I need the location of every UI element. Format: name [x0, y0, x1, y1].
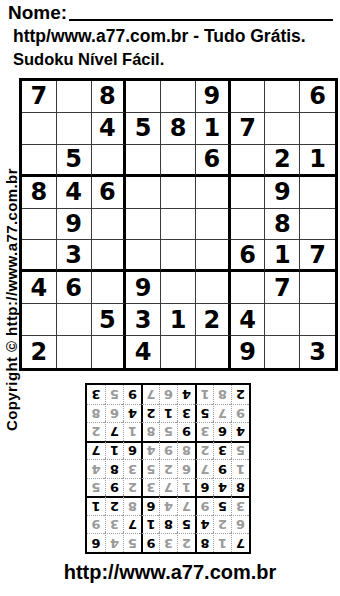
- puzzle-cell-r6c8: 1: [265, 240, 300, 272]
- solution-cell-r5c2: 9: [213, 459, 231, 478]
- puzzle-cell-r9c5: [161, 336, 196, 368]
- puzzle-cell-r7c8: 7: [265, 272, 300, 304]
- puzzle-cell-r4c5: [161, 177, 196, 209]
- puzzle-cell-r2c7: 7: [231, 113, 266, 145]
- puzzle-cell-r1c7: [231, 81, 266, 113]
- puzzle-cell-r3c5: [161, 145, 196, 177]
- puzzle-cell-r9c6: [196, 336, 231, 368]
- solution-cell-r9c7: 9: [123, 385, 141, 404]
- puzzle-cell-r5c7: [231, 209, 266, 241]
- puzzle-cell-r1c2: [57, 81, 92, 113]
- puzzle-cell-r2c5: 8: [161, 113, 196, 145]
- solution-cell-r9c1: 2: [231, 385, 249, 404]
- solution-cell-r6c3: 2: [195, 441, 213, 460]
- solution-cell-r7c3: 3: [195, 422, 213, 441]
- solution-cell-r2c4: 5: [177, 515, 195, 534]
- solution-cell-r5c7: 3: [123, 459, 141, 478]
- copyright-vertical-text: Copyright © http://www.a77.com.br: [3, 85, 20, 431]
- puzzle-cell-r1c8: [265, 81, 300, 113]
- solution-cell-r5c4: 6: [177, 459, 195, 478]
- solution-cell-r6c5: 9: [159, 441, 177, 460]
- solution-cell-r5c9: 4: [87, 459, 105, 478]
- puzzle-cell-r5c4: [126, 209, 161, 241]
- puzzle-cell-r3c8: 2: [265, 145, 300, 177]
- solution-cell-r3c7: 8: [123, 496, 141, 515]
- solution-cell-r1c1: 7: [231, 533, 249, 552]
- sudoku-puzzle-grid: 789645817562184699836174697531242493: [19, 78, 338, 371]
- solution-cell-r1c7: 5: [123, 533, 141, 552]
- puzzle-cell-r4c3: 6: [92, 177, 127, 209]
- puzzle-cell-r7c7: [231, 272, 266, 304]
- solution-cell-r8c9: 8: [87, 404, 105, 423]
- solution-cell-r6c4: 8: [177, 441, 195, 460]
- solution-cell-r2c9: 9: [87, 515, 105, 534]
- puzzle-cell-r7c6: [196, 272, 231, 304]
- solution-cell-r4c9: 5: [87, 478, 105, 497]
- solution-cell-r4c3: 6: [195, 478, 213, 497]
- solution-cell-r9c9: 3: [87, 385, 105, 404]
- puzzle-cell-r1c6: 9: [196, 81, 231, 113]
- puzzle-cell-r8c3: 5: [92, 304, 127, 336]
- difficulty-title: Sudoku Nível Fácil.: [13, 50, 164, 69]
- puzzle-cell-r3c2: 5: [57, 145, 92, 177]
- puzzle-cell-r6c2: 3: [57, 240, 92, 272]
- solution-cell-r2c1: 6: [231, 515, 249, 534]
- solution-cell-r1c3: 8: [195, 533, 213, 552]
- solution-cell-r3c5: 4: [159, 496, 177, 515]
- puzzle-cell-r2c1: [22, 113, 57, 145]
- solution-cell-r7c6: 8: [141, 422, 159, 441]
- puzzle-cell-r2c9: [300, 113, 335, 145]
- puzzle-cell-r8c1: [22, 304, 57, 336]
- puzzle-cell-r6c1: [22, 240, 57, 272]
- puzzle-cell-r7c1: 4: [22, 272, 57, 304]
- puzzle-cell-r6c7: 6: [231, 240, 266, 272]
- solution-cell-r7c7: 1: [123, 422, 141, 441]
- puzzle-cell-r9c3: [92, 336, 127, 368]
- solution-cell-r5c1: 1: [231, 459, 249, 478]
- puzzle-cell-r4c8: 9: [265, 177, 300, 209]
- solution-cell-r7c5: 5: [159, 422, 177, 441]
- puzzle-cell-r8c6: 2: [196, 304, 231, 336]
- solution-cell-r7c1: 4: [231, 422, 249, 441]
- puzzle-cell-r9c4: 4: [126, 336, 161, 368]
- puzzle-cell-r1c9: 6: [300, 81, 335, 113]
- puzzle-cell-r7c3: [92, 272, 127, 304]
- puzzle-cell-r7c5: [161, 272, 196, 304]
- solution-cell-r9c4: 4: [177, 385, 195, 404]
- puzzle-cell-r3c1: [22, 145, 57, 177]
- puzzle-cell-r8c9: [300, 304, 335, 336]
- puzzle-cell-r8c7: 4: [231, 304, 266, 336]
- solution-cell-r6c7: 6: [123, 441, 141, 460]
- solution-cell-r4c1: 8: [231, 478, 249, 497]
- solution-cell-r9c8: 5: [105, 385, 123, 404]
- puzzle-cell-r3c7: [231, 145, 266, 177]
- puzzle-cell-r1c1: 7: [22, 81, 57, 113]
- puzzle-cell-r7c2: 6: [57, 272, 92, 304]
- solution-cell-r2c3: 4: [195, 515, 213, 534]
- solution-cell-r9c3: 1: [195, 385, 213, 404]
- solution-cell-r4c4: 1: [177, 478, 195, 497]
- solution-cell-r8c3: 5: [195, 404, 213, 423]
- solution-cell-r2c8: 3: [105, 515, 123, 534]
- solution-cell-r1c4: 2: [177, 533, 195, 552]
- solution-cell-r8c6: 2: [141, 404, 159, 423]
- solution-cell-r6c8: 1: [105, 441, 123, 460]
- solution-cell-r9c5: 6: [159, 385, 177, 404]
- puzzle-cell-r5c6: [196, 209, 231, 241]
- solution-cell-r1c2: 1: [213, 533, 231, 552]
- puzzle-cell-r9c8: [265, 336, 300, 368]
- puzzle-cell-r2c4: 5: [126, 113, 161, 145]
- puzzle-cell-r3c3: [92, 145, 127, 177]
- solution-cell-r9c6: 7: [141, 385, 159, 404]
- puzzle-cell-r6c9: 7: [300, 240, 335, 272]
- puzzle-cell-r4c1: 8: [22, 177, 57, 209]
- solution-cell-r3c2: 5: [213, 496, 231, 515]
- puzzle-cell-r9c1: 2: [22, 336, 57, 368]
- solution-cell-r5c6: 5: [141, 459, 159, 478]
- solution-cell-r1c9: 6: [87, 533, 105, 552]
- puzzle-cell-r6c4: [126, 240, 161, 272]
- solution-cell-r7c4: 9: [177, 422, 195, 441]
- puzzle-cell-r8c8: [265, 304, 300, 336]
- puzzle-cell-r8c2: [57, 304, 92, 336]
- puzzle-cell-r9c9: 3: [300, 336, 335, 368]
- puzzle-cell-r3c9: 1: [300, 145, 335, 177]
- puzzle-cell-r8c5: 1: [161, 304, 196, 336]
- puzzle-cell-r2c3: 4: [92, 113, 127, 145]
- solution-cell-r8c4: 3: [177, 404, 195, 423]
- name-row: Nome:: [8, 3, 333, 23]
- solution-cell-r7c2: 6: [213, 422, 231, 441]
- puzzle-cell-r4c9: [300, 177, 335, 209]
- solution-cell-r8c7: 4: [123, 404, 141, 423]
- solution-cell-r6c6: 4: [141, 441, 159, 460]
- solution-cell-r5c8: 8: [105, 459, 123, 478]
- puzzle-cell-r2c6: 1: [196, 113, 231, 145]
- puzzle-cell-r3c4: [126, 145, 161, 177]
- solution-cell-r5c3: 7: [195, 459, 213, 478]
- puzzle-cell-r4c6: [196, 177, 231, 209]
- site-title: http/www.a77.com.br - Tudo Grátis.: [13, 26, 306, 47]
- puzzle-cell-r5c3: [92, 209, 127, 241]
- puzzle-cell-r6c3: [92, 240, 127, 272]
- solution-cell-r7c8: 7: [105, 422, 123, 441]
- puzzle-cell-r4c7: [231, 177, 266, 209]
- puzzle-cell-r2c8: [265, 113, 300, 145]
- solution-cell-r8c8: 6: [105, 404, 123, 423]
- sudoku-solution-grid: 7182395466245817393597468218461732951976…: [85, 383, 251, 554]
- solution-cell-r4c6: 3: [141, 478, 159, 497]
- worksheet-page: Nome: http/www.a77.com.br - Tudo Grátis.…: [0, 0, 340, 596]
- solution-cell-r2c5: 8: [159, 515, 177, 534]
- solution-cell-r3c1: 3: [231, 496, 249, 515]
- puzzle-cell-r9c2: [57, 336, 92, 368]
- puzzle-cell-r5c1: [22, 209, 57, 241]
- puzzle-cell-r6c5: [161, 240, 196, 272]
- solution-cell-r1c6: 9: [141, 533, 159, 552]
- solution-cell-r8c1: 9: [231, 404, 249, 423]
- solution-cell-r3c3: 9: [195, 496, 213, 515]
- name-label: Nome:: [8, 3, 67, 23]
- puzzle-cell-r6c6: [196, 240, 231, 272]
- puzzle-cell-r3c6: 6: [196, 145, 231, 177]
- footer-url: http://www.a77.com.br: [0, 561, 340, 584]
- puzzle-cell-r2c2: [57, 113, 92, 145]
- puzzle-cell-r4c4: [126, 177, 161, 209]
- solution-cell-r6c9: 7: [87, 441, 105, 460]
- puzzle-cell-r5c5: [161, 209, 196, 241]
- solution-cell-r7c9: 2: [87, 422, 105, 441]
- puzzle-cell-r1c4: [126, 81, 161, 113]
- puzzle-cell-r5c8: 8: [265, 209, 300, 241]
- name-underline: [69, 19, 333, 21]
- solution-cell-r2c7: 7: [123, 515, 141, 534]
- puzzle-cell-r5c2: 9: [57, 209, 92, 241]
- solution-cell-r8c5: 1: [159, 404, 177, 423]
- solution-cell-r3c6: 6: [141, 496, 159, 515]
- solution-cell-r5c5: 2: [159, 459, 177, 478]
- solution-cell-r3c4: 7: [177, 496, 195, 515]
- solution-cell-r3c9: 1: [87, 496, 105, 515]
- puzzle-cell-r9c7: 9: [231, 336, 266, 368]
- puzzle-cell-r7c4: 9: [126, 272, 161, 304]
- solution-cell-r2c6: 1: [141, 515, 159, 534]
- puzzle-cell-r4c2: 4: [57, 177, 92, 209]
- solution-cell-r1c8: 4: [105, 533, 123, 552]
- solution-cell-r6c2: 3: [213, 441, 231, 460]
- solution-cell-r4c5: 7: [159, 478, 177, 497]
- solution-cell-r8c2: 7: [213, 404, 231, 423]
- puzzle-cell-r7c9: [300, 272, 335, 304]
- solution-cell-r4c2: 4: [213, 478, 231, 497]
- puzzle-cell-r1c3: 8: [92, 81, 127, 113]
- puzzle-cell-r8c4: 3: [126, 304, 161, 336]
- solution-cell-r9c2: 8: [213, 385, 231, 404]
- solution-cell-r2c2: 2: [213, 515, 231, 534]
- puzzle-cell-r1c5: [161, 81, 196, 113]
- puzzle-cell-r5c9: [300, 209, 335, 241]
- solution-cell-r1c5: 3: [159, 533, 177, 552]
- solution-cell-r4c8: 9: [105, 478, 123, 497]
- solution-cell-r6c1: 5: [231, 441, 249, 460]
- solution-cell-r3c8: 2: [105, 496, 123, 515]
- solution-cell-r4c7: 2: [123, 478, 141, 497]
